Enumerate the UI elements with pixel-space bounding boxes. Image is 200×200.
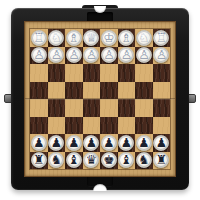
piece-white-pawn[interactable]: ♙	[66, 47, 82, 63]
square-r4c4[interactable]	[83, 82, 101, 100]
black-pawn-icon: ♟	[51, 135, 62, 149]
piece-white-rook[interactable]: ♖	[31, 30, 47, 46]
square-r5c1[interactable]	[30, 99, 48, 117]
black-queen-icon: ♛	[86, 153, 97, 167]
black-pawn-icon: ♟	[121, 135, 132, 149]
piece-black-rook[interactable]: ♜	[153, 152, 169, 168]
piece-white-knight[interactable]: ♘	[48, 30, 64, 46]
square-r4c7[interactable]	[135, 82, 153, 100]
black-pawn-icon: ♟	[33, 135, 44, 149]
piece-black-king[interactable]: ♚	[101, 152, 117, 168]
square-r5c3[interactable]	[65, 99, 83, 117]
piece-black-bishop[interactable]: ♝	[118, 152, 134, 168]
square-r7c5[interactable]: ♟	[100, 134, 118, 152]
piece-white-king[interactable]: ♔	[101, 30, 117, 46]
piece-white-queen[interactable]: ♕	[83, 30, 99, 46]
square-r3c2[interactable]	[48, 64, 66, 82]
square-r4c5[interactable]	[100, 82, 118, 100]
black-rook-icon: ♜	[156, 153, 167, 167]
square-r1c6[interactable]: ♗	[118, 29, 136, 47]
white-bishop-icon: ♗	[121, 30, 132, 44]
square-r2c5[interactable]: ♙	[100, 47, 118, 65]
square-r2c6[interactable]: ♙	[118, 47, 136, 65]
black-bishop-icon: ♝	[121, 153, 132, 167]
black-bishop-icon: ♝	[68, 153, 79, 167]
square-r1c8[interactable]: ♖	[153, 29, 171, 47]
black-rook-icon: ♜	[33, 153, 44, 167]
square-r6c3[interactable]	[65, 117, 83, 135]
square-r2c1[interactable]: ♙	[30, 47, 48, 65]
square-r8c8[interactable]: ♜	[153, 152, 171, 170]
white-knight-icon: ♘	[138, 30, 149, 44]
square-r8c3[interactable]: ♝	[65, 152, 83, 170]
white-pawn-icon: ♙	[138, 48, 149, 62]
piece-black-knight[interactable]: ♞	[136, 152, 152, 168]
square-r8c7[interactable]: ♞	[135, 152, 153, 170]
square-r6c8[interactable]	[153, 117, 171, 135]
square-r5c8[interactable]	[153, 99, 171, 117]
black-pawn-icon: ♟	[86, 135, 97, 149]
piece-white-bishop[interactable]: ♗	[118, 30, 134, 46]
piece-white-pawn[interactable]: ♙	[48, 47, 64, 63]
square-r3c6[interactable]	[118, 64, 136, 82]
square-r8c2[interactable]: ♞	[48, 152, 66, 170]
black-pawn-icon: ♟	[68, 135, 79, 149]
square-r2c8[interactable]: ♙	[153, 47, 171, 65]
square-r6c6[interactable]	[118, 117, 136, 135]
square-r1c4[interactable]: ♕	[83, 29, 101, 47]
white-pawn-icon: ♙	[156, 48, 167, 62]
square-r7c8[interactable]: ♟	[153, 134, 171, 152]
white-rook-icon: ♖	[33, 30, 44, 44]
piece-white-pawn[interactable]: ♙	[153, 47, 169, 63]
piece-white-bishop[interactable]: ♗	[66, 30, 82, 46]
square-r4c6[interactable]	[118, 82, 136, 100]
piece-black-rook[interactable]: ♜	[31, 152, 47, 168]
board-panel: ♖♘♗♕♔♗♘♖♙♙♙♙♙♙♙♙♟♟♟♟♟♟♟♟♜♞♝♛♚♝♞♜	[24, 21, 176, 177]
piece-black-pawn[interactable]: ♟	[101, 135, 117, 151]
black-knight-icon: ♞	[138, 153, 149, 167]
square-r1c3[interactable]: ♗	[65, 29, 83, 47]
square-r3c4[interactable]	[83, 64, 101, 82]
square-r5c5[interactable]	[100, 99, 118, 117]
white-pawn-icon: ♙	[86, 48, 97, 62]
square-r8c4[interactable]: ♛	[83, 152, 101, 170]
square-r7c4[interactable]: ♟	[83, 134, 101, 152]
piece-white-rook[interactable]: ♖	[153, 30, 169, 46]
piece-white-pawn[interactable]: ♙	[136, 47, 152, 63]
square-r7c2[interactable]: ♟	[48, 134, 66, 152]
black-pawn-icon: ♟	[156, 135, 167, 149]
piece-black-pawn[interactable]: ♟	[66, 135, 82, 151]
square-r7c1[interactable]: ♟	[30, 134, 48, 152]
square-r8c5[interactable]: ♚	[100, 152, 118, 170]
piece-white-pawn[interactable]: ♙	[101, 47, 117, 63]
square-r4c3[interactable]	[65, 82, 83, 100]
square-r2c3[interactable]: ♙	[65, 47, 83, 65]
white-bishop-icon: ♗	[68, 30, 79, 44]
square-r6c2[interactable]	[48, 117, 66, 135]
square-r8c1[interactable]: ♜	[30, 152, 48, 170]
white-king-icon: ♔	[103, 30, 114, 44]
square-r4c8[interactable]	[153, 82, 171, 100]
piece-black-pawn[interactable]: ♟	[136, 135, 152, 151]
piece-black-pawn[interactable]: ♟	[118, 135, 134, 151]
square-r3c5[interactable]	[100, 64, 118, 82]
piece-white-pawn[interactable]: ♙	[83, 47, 99, 63]
white-pawn-icon: ♙	[68, 48, 79, 62]
piece-black-pawn[interactable]: ♟	[48, 135, 64, 151]
piece-white-pawn[interactable]: ♙	[118, 47, 134, 63]
square-r8c6[interactable]: ♝	[118, 152, 136, 170]
chess-case: ♖♘♗♕♔♗♘♖♙♙♙♙♙♙♙♙♟♟♟♟♟♟♟♟♜♞♝♛♚♝♞♜	[11, 8, 189, 190]
square-r7c7[interactable]: ♟	[135, 134, 153, 152]
square-r7c6[interactable]: ♟	[118, 134, 136, 152]
piece-white-pawn[interactable]: ♙	[31, 47, 47, 63]
black-pawn-icon: ♟	[138, 135, 149, 149]
square-r1c5[interactable]: ♔	[100, 29, 118, 47]
square-r3c8[interactable]	[153, 64, 171, 82]
black-king-icon: ♚	[103, 153, 114, 167]
square-r2c4[interactable]: ♙	[83, 47, 101, 65]
black-pawn-icon: ♟	[103, 135, 114, 149]
piece-white-knight[interactable]: ♘	[136, 30, 152, 46]
piece-black-queen[interactable]: ♛	[83, 152, 99, 168]
white-rook-icon: ♖	[156, 30, 167, 44]
square-r5c4[interactable]	[83, 99, 101, 117]
square-r3c3[interactable]	[65, 64, 83, 82]
white-pawn-icon: ♙	[33, 48, 44, 62]
piece-black-bishop[interactable]: ♝	[66, 152, 82, 168]
square-r5c2[interactable]	[48, 99, 66, 117]
white-pawn-icon: ♙	[51, 48, 62, 62]
square-r4c2[interactable]	[48, 82, 66, 100]
square-r6c4[interactable]	[83, 117, 101, 135]
white-pawn-icon: ♙	[121, 48, 132, 62]
square-r2c7[interactable]: ♙	[135, 47, 153, 65]
piece-black-pawn[interactable]: ♟	[83, 135, 99, 151]
white-queen-icon: ♕	[86, 30, 97, 44]
white-knight-icon: ♘	[51, 30, 62, 44]
square-r6c7[interactable]	[135, 117, 153, 135]
black-knight-icon: ♞	[51, 153, 62, 167]
piece-black-pawn[interactable]: ♟	[31, 135, 47, 151]
square-r5c6[interactable]	[118, 99, 136, 117]
piece-black-knight[interactable]: ♞	[48, 152, 64, 168]
square-r7c3[interactable]: ♟	[65, 134, 83, 152]
square-r3c1[interactable]	[30, 64, 48, 82]
square-r1c7[interactable]: ♘	[135, 29, 153, 47]
square-r6c1[interactable]	[30, 117, 48, 135]
bottom-notch	[93, 184, 107, 191]
square-r2c2[interactable]: ♙	[48, 47, 66, 65]
square-r1c1[interactable]: ♖	[30, 29, 48, 47]
square-r1c2[interactable]: ♘	[48, 29, 66, 47]
square-r5c7[interactable]	[135, 99, 153, 117]
white-pawn-icon: ♙	[103, 48, 114, 62]
piece-black-pawn[interactable]: ♟	[153, 135, 169, 151]
square-r6c5[interactable]	[100, 117, 118, 135]
square-r3c7[interactable]	[135, 64, 153, 82]
board-grid: ♖♘♗♕♔♗♘♖♙♙♙♙♙♙♙♙♟♟♟♟♟♟♟♟♜♞♝♛♚♝♞♜	[30, 29, 170, 169]
square-r4c1[interactable]	[30, 82, 48, 100]
